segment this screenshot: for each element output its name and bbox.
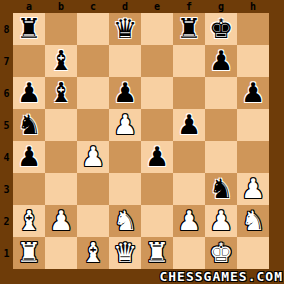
file-label-d: d (109, 0, 141, 13)
square-d8[interactable]: ♛ (109, 13, 141, 45)
piece-black-knight: ♞ (17, 109, 41, 141)
square-c1[interactable]: ♝ (77, 237, 109, 269)
piece-white-pawn: ♟ (113, 109, 137, 141)
rank-label-6: 6 (0, 77, 13, 109)
square-c5[interactable] (77, 109, 109, 141)
square-a1[interactable]: ♜ (13, 237, 45, 269)
square-h4[interactable] (237, 141, 269, 173)
rank-label-4: 4 (0, 141, 13, 173)
square-e1[interactable]: ♜ (141, 237, 173, 269)
square-h7[interactable] (237, 45, 269, 77)
square-b1[interactable] (45, 237, 77, 269)
square-c2[interactable] (77, 205, 109, 237)
square-g2[interactable]: ♟ (205, 205, 237, 237)
piece-black-pawn: ♟ (177, 109, 201, 141)
square-g5[interactable] (205, 109, 237, 141)
square-e5[interactable] (141, 109, 173, 141)
square-e7[interactable] (141, 45, 173, 77)
square-f4[interactable] (173, 141, 205, 173)
square-b7[interactable]: ♝ (45, 45, 77, 77)
file-label-c: c (77, 0, 109, 13)
rank-label-3: 3 (0, 173, 13, 205)
square-f3[interactable] (173, 173, 205, 205)
piece-white-rook: ♜ (17, 237, 41, 269)
square-f7[interactable] (173, 45, 205, 77)
square-c4[interactable]: ♟ (77, 141, 109, 173)
square-g3[interactable]: ♞ (205, 173, 237, 205)
square-f6[interactable] (173, 77, 205, 109)
square-b4[interactable] (45, 141, 77, 173)
piece-white-knight: ♞ (113, 205, 137, 237)
piece-black-bishop: ♝ (49, 45, 73, 77)
square-d2[interactable]: ♞ (109, 205, 141, 237)
square-f5[interactable]: ♟ (173, 109, 205, 141)
rank-label-7: 7 (0, 45, 13, 77)
file-label-h: h (237, 0, 269, 13)
rank-label-8: 8 (0, 13, 13, 45)
square-h2[interactable]: ♞ (237, 205, 269, 237)
square-c7[interactable] (77, 45, 109, 77)
file-label-f: f (173, 0, 205, 13)
square-e6[interactable] (141, 77, 173, 109)
piece-black-pawn: ♟ (145, 141, 169, 173)
rank-label-2: 2 (0, 205, 13, 237)
square-a6[interactable]: ♟ (13, 77, 45, 109)
piece-black-pawn: ♟ (113, 77, 137, 109)
piece-black-pawn: ♟ (241, 77, 265, 109)
piece-white-pawn: ♟ (49, 205, 73, 237)
square-a8[interactable]: ♜ (13, 13, 45, 45)
rank-labels: 87654321 (0, 13, 13, 269)
piece-white-bishop: ♝ (81, 237, 105, 269)
square-h6[interactable]: ♟ (237, 77, 269, 109)
piece-white-bishop: ♝ (17, 205, 41, 237)
piece-black-rook: ♜ (17, 13, 41, 45)
piece-black-rook: ♜ (177, 13, 201, 45)
square-h5[interactable] (237, 109, 269, 141)
file-label-e: e (141, 0, 173, 13)
square-h1[interactable] (237, 237, 269, 269)
square-d7[interactable] (109, 45, 141, 77)
square-g8[interactable]: ♚ (205, 13, 237, 45)
rank-label-5: 5 (0, 109, 13, 141)
piece-black-pawn: ♟ (17, 77, 41, 109)
square-a4[interactable]: ♟ (13, 141, 45, 173)
file-labels: abcdefgh (13, 0, 269, 13)
square-g6[interactable] (205, 77, 237, 109)
square-h3[interactable]: ♟ (237, 173, 269, 205)
chess-board: ♜♛♜♚♝♟♟♝♟♟♞♟♟♟♟♟♞♟♝♟♞♟♟♞♜♝♛♜♚ (13, 13, 269, 269)
square-a2[interactable]: ♝ (13, 205, 45, 237)
file-label-a: a (13, 0, 45, 13)
square-a3[interactable] (13, 173, 45, 205)
square-g4[interactable] (205, 141, 237, 173)
chessgames-watermark: CHESSGAMES.COM (159, 269, 283, 284)
square-b5[interactable] (45, 109, 77, 141)
piece-white-pawn: ♟ (209, 205, 233, 237)
square-e2[interactable] (141, 205, 173, 237)
square-d1[interactable]: ♛ (109, 237, 141, 269)
square-b3[interactable] (45, 173, 77, 205)
piece-white-king: ♚ (209, 237, 233, 269)
square-g7[interactable]: ♟ (205, 45, 237, 77)
square-d6[interactable]: ♟ (109, 77, 141, 109)
piece-black-pawn: ♟ (209, 45, 233, 77)
square-a7[interactable] (13, 45, 45, 77)
square-f8[interactable]: ♜ (173, 13, 205, 45)
square-g1[interactable]: ♚ (205, 237, 237, 269)
piece-black-king: ♚ (209, 13, 233, 45)
piece-black-bishop: ♝ (49, 77, 73, 109)
square-c3[interactable] (77, 173, 109, 205)
piece-black-knight: ♞ (209, 173, 233, 205)
piece-white-pawn: ♟ (177, 205, 201, 237)
square-c8[interactable] (77, 13, 109, 45)
square-h8[interactable] (237, 13, 269, 45)
piece-white-knight: ♞ (241, 205, 265, 237)
square-d5[interactable]: ♟ (109, 109, 141, 141)
square-d3[interactable] (109, 173, 141, 205)
square-d4[interactable] (109, 141, 141, 173)
file-label-g: g (205, 0, 237, 13)
square-f1[interactable] (173, 237, 205, 269)
square-e3[interactable] (141, 173, 173, 205)
piece-black-pawn: ♟ (17, 141, 41, 173)
square-c6[interactable] (77, 77, 109, 109)
piece-white-pawn: ♟ (81, 141, 105, 173)
rank-label-1: 1 (0, 237, 13, 269)
square-b8[interactable] (45, 13, 77, 45)
square-a5[interactable]: ♞ (13, 109, 45, 141)
piece-white-pawn: ♟ (241, 173, 265, 205)
chess-board-frame: abcdefgh 87654321 ♜♛♜♚♝♟♟♝♟♟♞♟♟♟♟♟♞♟♝♟♞♟… (0, 0, 284, 284)
square-e8[interactable] (141, 13, 173, 45)
square-f2[interactable]: ♟ (173, 205, 205, 237)
square-e4[interactable]: ♟ (141, 141, 173, 173)
piece-black-queen: ♛ (113, 13, 137, 45)
file-label-b: b (45, 0, 77, 13)
piece-white-queen: ♛ (113, 237, 137, 269)
square-b2[interactable]: ♟ (45, 205, 77, 237)
piece-white-rook: ♜ (145, 237, 169, 269)
square-b6[interactable]: ♝ (45, 77, 77, 109)
